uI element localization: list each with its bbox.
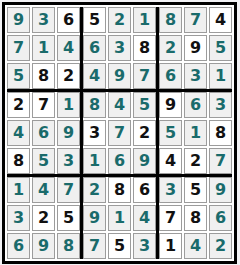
- sudoku-cell-r3c1[interactable]: 5: [7, 63, 30, 89]
- sudoku-cell-r9c4[interactable]: 7: [83, 233, 106, 259]
- sudoku-cell-r8c7: 7: [159, 205, 182, 231]
- sudoku-cell-r7c2[interactable]: 4: [32, 177, 55, 203]
- sudoku-cell-r2c8: 9: [184, 35, 207, 61]
- sudoku-cell-r5c3[interactable]: 9: [57, 120, 80, 146]
- sudoku-cell-r9c1[interactable]: 6: [7, 233, 30, 259]
- sudoku-cell-r6c9[interactable]: 7: [209, 148, 232, 174]
- sudoku-cell-r4c1: 2: [7, 92, 30, 118]
- sudoku-cell-r9c3[interactable]: 8: [57, 233, 80, 259]
- sudoku-cell-r3c8[interactable]: 3: [184, 63, 207, 89]
- sudoku-cell-r9c7: 1: [159, 233, 182, 259]
- sudoku-cell-r5c5[interactable]: 7: [108, 120, 131, 146]
- sudoku-box-r3c3: 359786142: [159, 177, 232, 259]
- sudoku-cell-r8c4[interactable]: 9: [83, 205, 106, 231]
- sudoku-cell-r8c5[interactable]: 1: [108, 205, 131, 231]
- sudoku-box-r2c3: 963518427: [159, 92, 232, 174]
- sudoku-cell-r9c5: 5: [108, 233, 131, 259]
- sudoku-cell-r3c9[interactable]: 1: [209, 63, 232, 89]
- sudoku-cell-r4c7: 9: [159, 92, 182, 118]
- sudoku-cell-r4c5[interactable]: 4: [108, 92, 131, 118]
- sudoku-cell-r5c1[interactable]: 4: [7, 120, 30, 146]
- sudoku-cell-r2c5[interactable]: 3: [108, 35, 131, 61]
- sudoku-cell-r9c2[interactable]: 9: [32, 233, 55, 259]
- sudoku-cell-r1c4: 5: [83, 7, 106, 33]
- sudoku-cell-r8c6[interactable]: 4: [133, 205, 156, 231]
- sudoku-cell-r7c6: 6: [133, 177, 156, 203]
- sudoku-cell-r1c2[interactable]: 3: [32, 7, 55, 33]
- sudoku-cell-r6c5[interactable]: 6: [108, 148, 131, 174]
- sudoku-cell-r2c2[interactable]: 1: [32, 35, 55, 61]
- sudoku-cell-r2c9[interactable]: 5: [209, 35, 232, 61]
- sudoku-cell-r8c1[interactable]: 3: [7, 205, 30, 231]
- sudoku-cell-r8c9[interactable]: 6: [209, 205, 232, 231]
- sudoku-box-r1c1: 936714582: [7, 7, 80, 89]
- sudoku-cell-r9c6[interactable]: 3: [133, 233, 156, 259]
- sudoku-cell-r8c8: 8: [184, 205, 207, 231]
- sudoku-cell-r4c3[interactable]: 1: [57, 92, 80, 118]
- sudoku-box-r1c3: 874295631: [159, 7, 232, 89]
- sudoku-cell-r7c7[interactable]: 3: [159, 177, 182, 203]
- sudoku-cell-r3c4[interactable]: 4: [83, 63, 106, 89]
- sudoku-box-r2c1: 271469853: [7, 92, 80, 174]
- sudoku-cell-r2c4[interactable]: 6: [83, 35, 106, 61]
- sudoku-cell-r6c8: 2: [184, 148, 207, 174]
- sudoku-cell-r5c6: 2: [133, 120, 156, 146]
- sudoku-box-r2c2: 845372169: [83, 92, 156, 174]
- sudoku-cell-r2c3[interactable]: 4: [57, 35, 80, 61]
- sudoku-cell-r5c9: 8: [209, 120, 232, 146]
- sudoku-cell-r2c1[interactable]: 7: [7, 35, 30, 61]
- sudoku-cell-r4c8[interactable]: 6: [184, 92, 207, 118]
- sudoku-cell-r2c6: 8: [133, 35, 156, 61]
- sudoku-cell-r1c1[interactable]: 9: [7, 7, 30, 33]
- sudoku-cell-r1c5[interactable]: 2: [108, 7, 131, 33]
- sudoku-cell-r4c9[interactable]: 3: [209, 92, 232, 118]
- sudoku-cell-r4c4[interactable]: 8: [83, 92, 106, 118]
- sudoku-cell-r4c2: 7: [32, 92, 55, 118]
- sudoku-cell-r6c7: 4: [159, 148, 182, 174]
- sudoku-cell-r5c2[interactable]: 6: [32, 120, 55, 146]
- sudoku-cell-r3c5[interactable]: 9: [108, 63, 131, 89]
- sudoku-box-r1c2: 521638497: [83, 7, 156, 89]
- sudoku-cell-r3c6[interactable]: 7: [133, 63, 156, 89]
- sudoku-cell-r7c8: 5: [184, 177, 207, 203]
- sudoku-cell-r5c7[interactable]: 5: [159, 120, 182, 146]
- sudoku-cell-r7c5: 8: [108, 177, 131, 203]
- sudoku-cell-r6c2[interactable]: 5: [32, 148, 55, 174]
- sudoku-cell-r1c8[interactable]: 7: [184, 7, 207, 33]
- sudoku-cell-r7c1[interactable]: 1: [7, 177, 30, 203]
- sudoku-box-r3c1: 147325698: [7, 177, 80, 259]
- sudoku-board-frame: 9367145825216384978742956312714698538453…: [2, 2, 237, 264]
- sudoku-board: 9367145825216384978742956312714698538453…: [7, 7, 232, 259]
- sudoku-cell-r7c9[interactable]: 9: [209, 177, 232, 203]
- sudoku-cell-r1c9: 4: [209, 7, 232, 33]
- sudoku-box-r3c2: 286914753: [83, 177, 156, 259]
- sudoku-cell-r6c1: 8: [7, 148, 30, 174]
- sudoku-cell-r8c3: 5: [57, 205, 80, 231]
- sudoku-cell-r6c3[interactable]: 3: [57, 148, 80, 174]
- sudoku-cell-r9c9[interactable]: 2: [209, 233, 232, 259]
- sudoku-cell-r3c3: 2: [57, 63, 80, 89]
- sudoku-cell-r6c4[interactable]: 1: [83, 148, 106, 174]
- sudoku-cell-r5c4: 3: [83, 120, 106, 146]
- sudoku-cell-r3c7[interactable]: 6: [159, 63, 182, 89]
- sudoku-cell-r8c2: 2: [32, 205, 55, 231]
- sudoku-cell-r7c4[interactable]: 2: [83, 177, 106, 203]
- sudoku-cell-r5c8[interactable]: 1: [184, 120, 207, 146]
- sudoku-cell-r2c7[interactable]: 2: [159, 35, 182, 61]
- sudoku-cell-r1c7[interactable]: 8: [159, 7, 182, 33]
- sudoku-cell-r7c3[interactable]: 7: [57, 177, 80, 203]
- sudoku-cell-r1c3: 6: [57, 7, 80, 33]
- sudoku-cell-r1c6[interactable]: 1: [133, 7, 156, 33]
- sudoku-cell-r6c6[interactable]: 9: [133, 148, 156, 174]
- sudoku-cell-r4c6[interactable]: 5: [133, 92, 156, 118]
- sudoku-cell-r3c2: 8: [32, 63, 55, 89]
- sudoku-cell-r9c8[interactable]: 4: [184, 233, 207, 259]
